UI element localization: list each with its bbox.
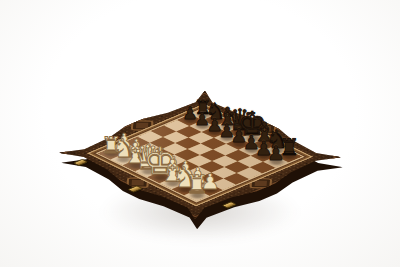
product-photo-stage: ♜♞♝♛♚♝♞♜♟♟♟♟♟♟♟♟♟♟♟♟♟♟♟♟♜♞♝♛♚♝♞♜ bbox=[0, 0, 400, 267]
